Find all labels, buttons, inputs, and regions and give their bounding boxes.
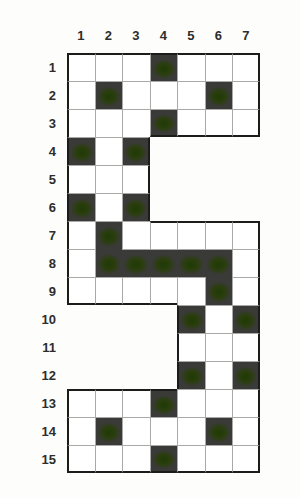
cell-r10c6[interactable] [205, 305, 233, 333]
row-label-9: 9 [0, 277, 56, 305]
cell-r2c1[interactable] [67, 81, 95, 109]
cell-r1c2[interactable] [95, 53, 123, 81]
block-cell-r15c4 [150, 445, 178, 473]
void-r12c2 [95, 361, 123, 389]
cell-r2c5[interactable] [177, 81, 205, 109]
void-r12c3 [122, 361, 150, 389]
cell-r5c3[interactable] [122, 165, 150, 193]
cell-r7c6[interactable] [205, 221, 233, 249]
void-r5c5 [177, 165, 205, 193]
block-cell-r2c6 [205, 81, 233, 109]
cell-r3c6[interactable] [205, 109, 233, 137]
block-cell-r1c4 [150, 53, 178, 81]
void-r10c2 [95, 305, 123, 333]
block-cell-r9c6 [205, 277, 233, 305]
cell-r3c1[interactable] [67, 109, 95, 137]
cell-r15c7[interactable] [232, 445, 260, 473]
cell-r5c2[interactable] [95, 165, 123, 193]
void-r4c5 [177, 137, 205, 165]
row-label-7: 7 [0, 221, 56, 249]
column-label-5: 5 [177, 26, 205, 46]
void-r5c4 [150, 165, 178, 193]
cell-r9c1[interactable] [67, 277, 95, 305]
cell-r4c2[interactable] [95, 137, 123, 165]
void-r11c3 [122, 333, 150, 361]
cell-r15c6[interactable] [205, 445, 233, 473]
puzzle-grid [67, 53, 260, 473]
puzzle-page: 1234567 123456789101112131415 [0, 0, 300, 498]
cell-r7c7[interactable] [232, 221, 260, 249]
void-r12c1 [67, 361, 95, 389]
cell-r15c5[interactable] [177, 445, 205, 473]
block-cell-r13c4 [150, 389, 178, 417]
column-label-3: 3 [122, 26, 150, 46]
block-cell-r8c4 [150, 249, 178, 277]
void-r11c2 [95, 333, 123, 361]
column-label-1: 1 [67, 26, 95, 46]
block-cell-r12c7 [232, 361, 260, 389]
void-r6c6 [205, 193, 233, 221]
block-cell-r6c3 [122, 193, 150, 221]
cell-r7c1[interactable] [67, 221, 95, 249]
row-label-4: 4 [0, 137, 56, 165]
cell-r3c5[interactable] [177, 109, 205, 137]
cell-r7c4[interactable] [150, 221, 178, 249]
void-r4c4 [150, 137, 178, 165]
cell-r14c1[interactable] [67, 417, 95, 445]
void-r4c6 [205, 137, 233, 165]
block-cell-r7c2 [95, 221, 123, 249]
cell-r15c3[interactable] [122, 445, 150, 473]
column-label-4: 4 [150, 26, 178, 46]
cell-r8c7[interactable] [232, 249, 260, 277]
cell-r9c7[interactable] [232, 277, 260, 305]
cell-r13c6[interactable] [205, 389, 233, 417]
cell-r2c7[interactable] [232, 81, 260, 109]
cell-r1c5[interactable] [177, 53, 205, 81]
cell-r14c4[interactable] [150, 417, 178, 445]
column-label-6: 6 [205, 26, 233, 46]
cell-r14c5[interactable] [177, 417, 205, 445]
row-label-12: 12 [0, 361, 56, 389]
row-label-10: 10 [0, 305, 56, 333]
cell-r15c1[interactable] [67, 445, 95, 473]
cell-r1c3[interactable] [122, 53, 150, 81]
cell-r11c5[interactable] [177, 333, 205, 361]
row-label-5: 5 [0, 165, 56, 193]
row-labels: 123456789101112131415 [0, 53, 56, 473]
block-cell-r4c3 [122, 137, 150, 165]
cell-r3c2[interactable] [95, 109, 123, 137]
void-r4c7 [232, 137, 260, 165]
block-cell-r10c7 [232, 305, 260, 333]
cell-r1c6[interactable] [205, 53, 233, 81]
block-cell-r10c5 [177, 305, 205, 333]
row-label-15: 15 [0, 445, 56, 473]
cell-r1c7[interactable] [232, 53, 260, 81]
cell-r14c7[interactable] [232, 417, 260, 445]
block-cell-r6c1 [67, 193, 95, 221]
block-cell-r14c6 [205, 417, 233, 445]
block-cell-r8c5 [177, 249, 205, 277]
void-r5c7 [232, 165, 260, 193]
row-label-14: 14 [0, 417, 56, 445]
void-r11c4 [150, 333, 178, 361]
block-cell-r2c2 [95, 81, 123, 109]
cell-r8c1[interactable] [67, 249, 95, 277]
cell-r12c6[interactable] [205, 361, 233, 389]
row-label-2: 2 [0, 81, 56, 109]
cell-r13c2[interactable] [95, 389, 123, 417]
cell-r9c2[interactable] [95, 277, 123, 305]
void-r10c1 [67, 305, 95, 333]
block-cell-r12c5 [177, 361, 205, 389]
cell-r13c7[interactable] [232, 389, 260, 417]
cell-r13c3[interactable] [122, 389, 150, 417]
cell-r5c1[interactable] [67, 165, 95, 193]
row-label-11: 11 [0, 333, 56, 361]
void-r6c7 [232, 193, 260, 221]
row-label-13: 13 [0, 389, 56, 417]
void-r10c3 [122, 305, 150, 333]
block-cell-r8c2 [95, 249, 123, 277]
block-cell-r14c2 [95, 417, 123, 445]
cell-r3c3[interactable] [122, 109, 150, 137]
block-cell-r8c6 [205, 249, 233, 277]
cell-r11c6[interactable] [205, 333, 233, 361]
cell-r14c3[interactable] [122, 417, 150, 445]
cell-r3c7[interactable] [232, 109, 260, 137]
cell-r13c1[interactable] [67, 389, 95, 417]
void-r6c4 [150, 193, 178, 221]
row-label-6: 6 [0, 193, 56, 221]
column-label-2: 2 [95, 26, 123, 46]
void-r12c4 [150, 361, 178, 389]
column-label-7: 7 [232, 26, 260, 46]
row-label-3: 3 [0, 109, 56, 137]
column-labels: 1234567 [67, 26, 260, 46]
cell-r1c1[interactable] [67, 53, 95, 81]
cell-r6c2[interactable] [95, 193, 123, 221]
void-r5c6 [205, 165, 233, 193]
cell-r9c4[interactable] [150, 277, 178, 305]
row-label-1: 1 [0, 53, 56, 81]
cell-r11c7[interactable] [232, 333, 260, 361]
void-r10c4 [150, 305, 178, 333]
cell-r7c3[interactable] [122, 221, 150, 249]
cell-r13c5[interactable] [177, 389, 205, 417]
cell-r2c3[interactable] [122, 81, 150, 109]
cell-r9c5[interactable] [177, 277, 205, 305]
block-cell-r4c1 [67, 137, 95, 165]
cell-r15c2[interactable] [95, 445, 123, 473]
block-cell-r3c4 [150, 109, 178, 137]
cell-r7c5[interactable] [177, 221, 205, 249]
cell-r9c3[interactable] [122, 277, 150, 305]
void-r6c5 [177, 193, 205, 221]
row-label-8: 8 [0, 249, 56, 277]
void-r11c1 [67, 333, 95, 361]
cell-r2c4[interactable] [150, 81, 178, 109]
block-cell-r8c3 [122, 249, 150, 277]
